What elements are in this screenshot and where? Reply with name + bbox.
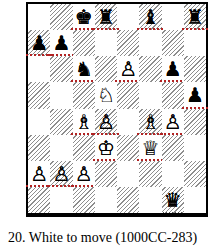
square-f8: ♝ <box>139 4 161 30</box>
piece-black-king: ♚ <box>73 4 95 30</box>
square-b3 <box>50 135 72 161</box>
square-b4 <box>50 109 72 135</box>
square-f4: ♗ <box>139 109 161 135</box>
square-g2 <box>162 161 184 187</box>
square-f1 <box>139 187 161 213</box>
piece-white-pawn: ♙ <box>117 56 139 82</box>
piece-black-knight: ♞ <box>73 56 95 82</box>
square-f3: ♕ <box>139 135 161 161</box>
square-g1: ♛ <box>162 187 184 213</box>
piece-white-knight: ♘ <box>95 82 117 108</box>
square-d7 <box>95 30 117 56</box>
square-e4 <box>117 109 139 135</box>
square-a8 <box>28 4 50 30</box>
square-h4 <box>184 109 206 135</box>
square-c7 <box>73 30 95 56</box>
chess-board: ♚♜♝♜♟♟♞♙♟♘♟♗♙♗♙♔♕♙♙♙♛ <box>26 2 208 217</box>
piece-black-pawn: ♟ <box>162 56 184 82</box>
square-b2: ♙ <box>50 161 72 187</box>
square-a1 <box>28 187 50 213</box>
square-f5 <box>139 82 161 108</box>
square-g8 <box>162 4 184 30</box>
square-c8: ♚ <box>73 4 95 30</box>
piece-black-pawn: ♟ <box>184 82 206 108</box>
piece-white-bishop: ♗ <box>139 109 161 135</box>
square-d4: ♙ <box>95 109 117 135</box>
square-c4: ♗ <box>73 109 95 135</box>
square-f7 <box>139 30 161 56</box>
square-h2 <box>184 161 206 187</box>
square-h8: ♜ <box>184 4 206 30</box>
square-a5 <box>28 82 50 108</box>
square-b7: ♟ <box>50 30 72 56</box>
piece-white-pawn: ♙ <box>73 161 95 187</box>
square-c6: ♞ <box>73 56 95 82</box>
piece-white-pawn: ♙ <box>95 109 117 135</box>
square-f6 <box>139 56 161 82</box>
square-d1 <box>95 187 117 213</box>
piece-white-bishop: ♗ <box>73 109 95 135</box>
piece-black-rook: ♜ <box>184 4 206 30</box>
square-e2 <box>117 161 139 187</box>
piece-black-queen: ♛ <box>162 187 184 213</box>
square-d3: ♔ <box>95 135 117 161</box>
square-h6 <box>184 56 206 82</box>
square-c5 <box>73 82 95 108</box>
square-h3 <box>184 135 206 161</box>
piece-black-pawn: ♟ <box>28 30 50 56</box>
square-e8 <box>117 4 139 30</box>
square-b8 <box>50 4 72 30</box>
square-a6 <box>28 56 50 82</box>
piece-black-pawn: ♟ <box>50 30 72 56</box>
square-g7 <box>162 30 184 56</box>
square-h7 <box>184 30 206 56</box>
piece-white-queen: ♕ <box>139 135 161 161</box>
square-e1 <box>117 187 139 213</box>
square-c3 <box>73 135 95 161</box>
square-a4 <box>28 109 50 135</box>
piece-white-pawn: ♙ <box>162 109 184 135</box>
square-g4: ♙ <box>162 109 184 135</box>
square-a3 <box>28 135 50 161</box>
square-f2 <box>139 161 161 187</box>
square-b1 <box>50 187 72 213</box>
square-d6 <box>95 56 117 82</box>
square-e6: ♙ <box>117 56 139 82</box>
square-e3 <box>117 135 139 161</box>
square-a7: ♟ <box>28 30 50 56</box>
square-a2: ♙ <box>28 161 50 187</box>
square-c2: ♙ <box>73 161 95 187</box>
square-g6: ♟ <box>162 56 184 82</box>
square-d2 <box>95 161 117 187</box>
piece-white-pawn: ♙ <box>28 161 50 187</box>
piece-black-bishop: ♝ <box>139 4 161 30</box>
piece-black-rook: ♜ <box>95 4 117 30</box>
square-h1 <box>184 187 206 213</box>
square-d5: ♘ <box>95 82 117 108</box>
square-g5 <box>162 82 184 108</box>
square-h5: ♟ <box>184 82 206 108</box>
diagram-caption: 20. White to move (1000CC-283) <box>8 230 197 246</box>
square-g3 <box>162 135 184 161</box>
square-c1 <box>73 187 95 213</box>
square-e5 <box>117 82 139 108</box>
piece-white-pawn: ♙ <box>50 161 72 187</box>
square-b6 <box>50 56 72 82</box>
square-e7 <box>117 30 139 56</box>
square-d8: ♜ <box>95 4 117 30</box>
square-b5 <box>50 82 72 108</box>
piece-white-king: ♔ <box>95 135 117 161</box>
